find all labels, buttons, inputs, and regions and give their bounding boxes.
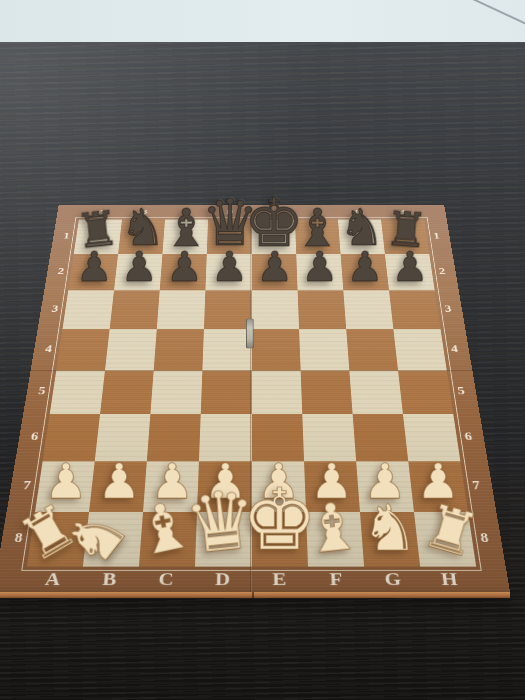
light-knight-glyph: ♞ bbox=[361, 497, 418, 561]
photo-scene: AABBCCDDEEFFGGHH1122334455667788 ♜♞♝♛♚♝♞… bbox=[0, 0, 525, 700]
file-label-bottom-f: F bbox=[319, 569, 354, 590]
square-b3[interactable] bbox=[110, 290, 160, 329]
dark-pawn-glyph: ♟ bbox=[391, 247, 428, 288]
square-c3[interactable] bbox=[157, 290, 206, 329]
piece-dark-pawn-g2[interactable]: ♟ bbox=[346, 247, 383, 288]
file-label-bottom-g: G bbox=[375, 569, 411, 590]
square-b4[interactable] bbox=[105, 329, 157, 370]
piece-light-knight-g8[interactable]: ♞ bbox=[361, 497, 418, 561]
fold-seam-horizontal bbox=[30, 370, 472, 371]
piece-dark-pawn-d2[interactable]: ♟ bbox=[211, 247, 248, 288]
center-hinge bbox=[246, 319, 254, 349]
file-label-bottom-h: H bbox=[432, 569, 469, 590]
dark-pawn-glyph: ♟ bbox=[256, 247, 293, 288]
file-label-bottom-e: E bbox=[263, 569, 297, 590]
square-e5[interactable] bbox=[252, 370, 302, 414]
dark-pawn-glyph: ♟ bbox=[211, 247, 248, 288]
square-g3[interactable] bbox=[343, 290, 393, 329]
file-label-bottom-d: D bbox=[206, 569, 240, 590]
square-h4[interactable] bbox=[393, 329, 446, 370]
square-a5[interactable] bbox=[50, 370, 105, 414]
piece-dark-pawn-e2[interactable]: ♟ bbox=[256, 247, 293, 288]
square-g4[interactable] bbox=[346, 329, 398, 370]
dark-pawn-glyph: ♟ bbox=[166, 247, 203, 288]
piece-dark-pawn-f2[interactable]: ♟ bbox=[301, 247, 338, 288]
square-f3[interactable] bbox=[297, 290, 346, 329]
dark-pawn-glyph: ♟ bbox=[76, 247, 113, 288]
square-d3[interactable] bbox=[204, 290, 251, 329]
piece-dark-pawn-b2[interactable]: ♟ bbox=[121, 247, 158, 288]
dark-pawn-glyph: ♟ bbox=[301, 247, 338, 288]
file-label-bottom-c: C bbox=[149, 569, 184, 590]
square-h5[interactable] bbox=[398, 370, 453, 414]
square-e4[interactable] bbox=[252, 329, 301, 370]
piece-light-rook-h8[interactable]: ♜ bbox=[418, 500, 472, 560]
piece-dark-pawn-h2[interactable]: ♟ bbox=[391, 247, 428, 288]
square-a4[interactable] bbox=[56, 329, 109, 370]
board-edge bbox=[0, 592, 510, 598]
background-wall bbox=[0, 0, 525, 43]
dark-pawn-glyph: ♟ bbox=[121, 247, 158, 288]
square-a3[interactable] bbox=[62, 290, 114, 329]
light-bishop-glyph: ♝ bbox=[300, 493, 365, 564]
piece-dark-pawn-a2[interactable]: ♟ bbox=[76, 247, 113, 288]
piece-light-bishop-f8[interactable]: ♝ bbox=[305, 495, 364, 561]
square-f4[interactable] bbox=[299, 329, 349, 370]
square-f5[interactable] bbox=[300, 370, 352, 414]
square-g5[interactable] bbox=[349, 370, 403, 414]
dark-pawn-glyph: ♟ bbox=[346, 247, 383, 288]
square-d5[interactable] bbox=[201, 370, 251, 414]
piece-dark-pawn-c2[interactable]: ♟ bbox=[166, 247, 203, 288]
square-d4[interactable] bbox=[203, 329, 252, 370]
square-c4[interactable] bbox=[154, 329, 204, 370]
square-b5[interactable] bbox=[100, 370, 154, 414]
square-h3[interactable] bbox=[389, 290, 441, 329]
square-c5[interactable] bbox=[151, 370, 203, 414]
square-e3[interactable] bbox=[252, 290, 299, 329]
